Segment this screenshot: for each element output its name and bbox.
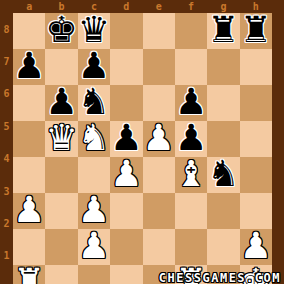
piece-black-knight-c6: ♞: [78, 84, 110, 120]
piece-black-knight-g4: ♞: [207, 156, 239, 192]
piece-black-pawn-a7: ♟: [13, 48, 45, 84]
file-label-f: f: [175, 0, 207, 13]
rank-label-7: 7: [0, 45, 13, 77]
square-f8: [175, 13, 207, 49]
square-d8: [110, 13, 142, 49]
square-c6: ♞: [78, 85, 110, 121]
square-h3: [240, 193, 272, 229]
rank-label-1: 1: [0, 240, 13, 272]
piece-black-pawn-b6: ♟: [45, 84, 77, 120]
square-a4: [13, 157, 45, 193]
rank-label-2: 2: [0, 207, 13, 239]
square-a6: [13, 85, 45, 121]
piece-white-pawn-e5: ♟: [143, 120, 175, 156]
square-b1: [45, 265, 77, 284]
square-e3: [143, 193, 175, 229]
square-a3: ♟: [13, 193, 45, 229]
square-e6: [143, 85, 175, 121]
square-f3: [175, 193, 207, 229]
square-a5: [13, 121, 45, 157]
square-c3: ♟: [78, 193, 110, 229]
chess-diagram: abcdefgh 87654321 ♚♛♜♜♟♟♟♞♟♛♞♟♟♟♟♝♞♟♟♟♟♜…: [0, 0, 284, 284]
piece-black-king-b8: ♚: [45, 12, 77, 48]
square-b3: [45, 193, 77, 229]
square-g4: ♞: [207, 157, 239, 193]
square-f2: [175, 229, 207, 265]
rank-label-8: 8: [0, 13, 13, 45]
square-g3: [207, 193, 239, 229]
square-a2: [13, 229, 45, 265]
piece-white-pawn-d4: ♟: [110, 156, 142, 192]
square-e8: [143, 13, 175, 49]
square-b2: [45, 229, 77, 265]
square-h4: [240, 157, 272, 193]
square-d6: [110, 85, 142, 121]
rank-label-4: 4: [0, 143, 13, 175]
square-b4: [45, 157, 77, 193]
piece-white-knight-c5: ♞: [78, 120, 110, 156]
square-d5: ♟: [110, 121, 142, 157]
square-c5: ♞: [78, 121, 110, 157]
square-c2: ♟: [78, 229, 110, 265]
square-e2: [143, 229, 175, 265]
rank-labels: 87654321: [0, 13, 13, 272]
square-g2: [207, 229, 239, 265]
square-e5: ♟: [143, 121, 175, 157]
square-f4: ♝: [175, 157, 207, 193]
piece-black-rook-g8: ♜: [207, 12, 239, 48]
square-g7: [207, 49, 239, 85]
square-c1: [78, 265, 110, 284]
rank-label-6: 6: [0, 78, 13, 110]
square-b6: ♟: [45, 85, 77, 121]
piece-black-queen-c8: ♛: [78, 12, 110, 48]
square-h7: [240, 49, 272, 85]
piece-white-pawn-a3: ♟: [13, 192, 45, 228]
square-c7: ♟: [78, 49, 110, 85]
square-f5: ♟: [175, 121, 207, 157]
chess-board: ♚♛♜♜♟♟♟♞♟♛♞♟♟♟♟♝♞♟♟♟♟♜♜♚: [13, 13, 272, 272]
square-e7: [143, 49, 175, 85]
square-d3: [110, 193, 142, 229]
square-a7: ♟: [13, 49, 45, 85]
square-b7: [45, 49, 77, 85]
piece-black-pawn-f6: ♟: [175, 84, 207, 120]
watermark: CHESSGAMES.COM: [159, 272, 281, 284]
square-c8: ♛: [78, 13, 110, 49]
square-d7: [110, 49, 142, 85]
file-label-d: d: [110, 0, 142, 13]
square-b5: ♛: [45, 121, 77, 157]
piece-white-bishop-f4: ♝: [175, 156, 207, 192]
piece-white-pawn-c3: ♟: [78, 192, 110, 228]
rank-label-3: 3: [0, 175, 13, 207]
square-a8: [13, 13, 45, 49]
square-d1: [110, 265, 142, 284]
piece-black-pawn-f5: ♟: [175, 120, 207, 156]
file-label-a: a: [13, 0, 45, 13]
square-g8: ♜: [207, 13, 239, 49]
piece-black-rook-h8: ♜: [240, 12, 272, 48]
piece-white-pawn-c2: ♟: [78, 228, 110, 264]
square-h2: ♟: [240, 229, 272, 265]
square-h6: [240, 85, 272, 121]
square-d4: ♟: [110, 157, 142, 193]
square-f6: ♟: [175, 85, 207, 121]
square-e4: [143, 157, 175, 193]
square-c4: [78, 157, 110, 193]
square-g6: [207, 85, 239, 121]
piece-white-rook-a1: ♜: [13, 264, 45, 284]
square-g5: [207, 121, 239, 157]
piece-white-pawn-h2: ♟: [240, 228, 272, 264]
square-a1: ♜: [13, 265, 45, 284]
piece-white-queen-b5: ♛: [45, 120, 77, 156]
square-h8: ♜: [240, 13, 272, 49]
square-d2: [110, 229, 142, 265]
square-b8: ♚: [45, 13, 77, 49]
square-f7: [175, 49, 207, 85]
piece-black-pawn-c7: ♟: [78, 48, 110, 84]
rank-label-5: 5: [0, 110, 13, 142]
piece-black-pawn-d5: ♟: [110, 120, 142, 156]
file-label-e: e: [143, 0, 175, 13]
square-h5: [240, 121, 272, 157]
